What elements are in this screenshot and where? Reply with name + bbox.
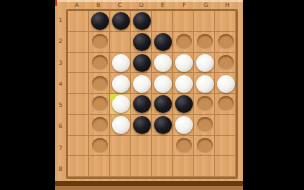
app-stage: ABCDEFGH 12345678 ●●●●●○●○○○○○○○○○○●●●○●… xyxy=(0,0,304,190)
cell-f1[interactable] xyxy=(173,11,194,32)
white-disc: ○ xyxy=(112,75,130,93)
cell-c1[interactable]: ● xyxy=(110,11,131,32)
cell-d6[interactable]: ● xyxy=(131,115,152,136)
cell-c7[interactable] xyxy=(110,136,131,157)
row-label-7: 7 xyxy=(56,137,65,158)
cell-b4[interactable] xyxy=(89,73,110,94)
cell-a7[interactable] xyxy=(68,136,89,157)
white-disc: ○ xyxy=(175,75,193,93)
cell-b6[interactable] xyxy=(89,115,110,136)
cell-d1[interactable]: ● xyxy=(131,11,152,32)
legal-move-socket xyxy=(197,96,213,112)
cell-g5[interactable] xyxy=(194,94,215,115)
cell-h1[interactable] xyxy=(215,11,236,32)
legal-move-socket xyxy=(92,76,108,92)
cell-g2[interactable] xyxy=(194,32,215,53)
column-label-e: E xyxy=(152,0,174,9)
cell-c3[interactable]: ○ xyxy=(110,53,131,74)
column-label-a: A xyxy=(66,0,88,9)
cell-f4[interactable]: ○ xyxy=(173,73,194,94)
cell-b2[interactable] xyxy=(89,32,110,53)
legal-move-socket xyxy=(92,117,108,133)
cell-a5[interactable] xyxy=(68,94,89,115)
white-disc: ○ xyxy=(196,75,214,93)
legal-move-socket xyxy=(176,138,192,154)
cell-e7[interactable] xyxy=(152,136,173,157)
black-disc: ● xyxy=(91,12,109,30)
row-label-8: 8 xyxy=(56,158,65,179)
othello-board: ABCDEFGH 12345678 ●●●●●○●○○○○○○○○○○●●●○●… xyxy=(55,0,243,190)
cell-d4[interactable]: ○ xyxy=(131,73,152,94)
black-disc: ● xyxy=(133,116,151,134)
cell-e5[interactable]: ● xyxy=(152,94,173,115)
white-disc: ○ xyxy=(133,75,151,93)
row-labels: 12345678 xyxy=(56,9,65,179)
cell-a3[interactable] xyxy=(68,53,89,74)
cell-e3[interactable]: ○ xyxy=(152,53,173,74)
black-disc: ● xyxy=(175,95,193,113)
cell-h7[interactable] xyxy=(215,136,236,157)
white-disc: ○ xyxy=(217,75,235,93)
cell-h8[interactable] xyxy=(215,156,236,177)
screen-edge-artifact xyxy=(55,0,57,6)
cell-e1[interactable] xyxy=(152,11,173,32)
cell-d2[interactable]: ● xyxy=(131,32,152,53)
white-disc: ○ xyxy=(154,54,172,72)
board-bottom-edge xyxy=(55,186,243,190)
cell-c5[interactable]: ○ xyxy=(110,94,131,115)
cell-f2[interactable] xyxy=(173,32,194,53)
column-labels: ABCDEFGH xyxy=(66,0,238,9)
black-disc: ● xyxy=(133,95,151,113)
cell-a2[interactable] xyxy=(68,32,89,53)
black-disc: ● xyxy=(154,33,172,51)
cell-a1[interactable] xyxy=(68,11,89,32)
cell-a6[interactable] xyxy=(68,115,89,136)
legal-move-socket xyxy=(218,96,234,112)
cell-h5[interactable] xyxy=(215,94,236,115)
cell-c6[interactable]: ○ xyxy=(110,115,131,136)
row-label-4: 4 xyxy=(56,73,65,94)
column-label-f: F xyxy=(174,0,196,9)
cell-d7[interactable] xyxy=(131,136,152,157)
column-label-b: B xyxy=(88,0,110,9)
cell-e4[interactable]: ○ xyxy=(152,73,173,94)
cell-g6[interactable] xyxy=(194,115,215,136)
white-disc: ○ xyxy=(154,75,172,93)
cell-e2[interactable]: ● xyxy=(152,32,173,53)
legal-move-socket xyxy=(92,55,108,71)
row-label-3: 3 xyxy=(56,52,65,73)
cell-f5[interactable]: ● xyxy=(173,94,194,115)
cell-h3[interactable] xyxy=(215,53,236,74)
row-label-1: 1 xyxy=(56,9,65,30)
black-disc: ● xyxy=(133,12,151,30)
white-disc: ○ xyxy=(112,54,130,72)
cell-g8[interactable] xyxy=(194,156,215,177)
cell-a8[interactable] xyxy=(68,156,89,177)
row-label-2: 2 xyxy=(56,30,65,51)
legal-move-socket xyxy=(92,96,108,112)
cell-g3[interactable]: ○ xyxy=(194,53,215,74)
white-disc: ○ xyxy=(175,54,193,72)
black-disc: ● xyxy=(133,54,151,72)
board-grid: ●●●●●○●○○○○○○○○○○●●●○●●○ xyxy=(66,9,238,179)
cell-b5[interactable] xyxy=(89,94,110,115)
cell-h6[interactable] xyxy=(215,115,236,136)
legal-move-socket xyxy=(197,138,213,154)
cell-c2[interactable] xyxy=(110,32,131,53)
cell-c4[interactable]: ○ xyxy=(110,73,131,94)
cell-b1[interactable]: ● xyxy=(89,11,110,32)
legal-move-socket xyxy=(92,138,108,154)
cell-f8[interactable] xyxy=(173,156,194,177)
cell-f7[interactable] xyxy=(173,136,194,157)
cell-f3[interactable]: ○ xyxy=(173,53,194,74)
cell-g1[interactable] xyxy=(194,11,215,32)
cell-b7[interactable] xyxy=(89,136,110,157)
column-label-c: C xyxy=(109,0,131,9)
legal-move-socket xyxy=(197,117,213,133)
cell-c8[interactable] xyxy=(110,156,131,177)
white-disc: ○ xyxy=(196,54,214,72)
legal-move-socket xyxy=(176,34,192,50)
cell-d8[interactable] xyxy=(131,156,152,177)
row-label-5: 5 xyxy=(56,94,65,115)
black-disc: ● xyxy=(112,12,130,30)
legal-move-socket xyxy=(218,55,234,71)
cell-e8[interactable] xyxy=(152,156,173,177)
black-disc: ● xyxy=(154,116,172,134)
black-disc: ● xyxy=(133,33,151,51)
cell-g4[interactable]: ○ xyxy=(194,73,215,94)
cell-g7[interactable] xyxy=(194,136,215,157)
white-disc: ○ xyxy=(175,116,193,134)
column-label-g: G xyxy=(195,0,217,9)
cell-h4[interactable]: ○ xyxy=(215,73,236,94)
cell-f6[interactable]: ○ xyxy=(173,115,194,136)
black-disc: ● xyxy=(154,95,172,113)
cell-b3[interactable] xyxy=(89,53,110,74)
cell-d3[interactable]: ● xyxy=(131,53,152,74)
cell-h2[interactable] xyxy=(215,32,236,53)
cell-e6[interactable]: ● xyxy=(152,115,173,136)
legal-move-socket xyxy=(218,34,234,50)
legal-move-socket xyxy=(92,34,108,50)
legal-move-socket xyxy=(197,34,213,50)
last-move-marker xyxy=(110,94,115,99)
white-disc: ○ xyxy=(112,116,130,134)
column-label-h: H xyxy=(217,0,239,9)
row-label-6: 6 xyxy=(56,115,65,136)
column-label-d: D xyxy=(131,0,153,9)
cell-b8[interactable] xyxy=(89,156,110,177)
cell-d5[interactable]: ● xyxy=(131,94,152,115)
cell-a4[interactable] xyxy=(68,73,89,94)
